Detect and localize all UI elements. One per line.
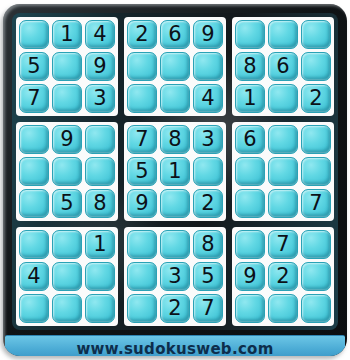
cell-r7c8[interactable]: 7 [268, 230, 298, 259]
cell-r9c3[interactable] [85, 294, 115, 323]
cell-r4c8[interactable] [268, 125, 298, 154]
cell-r6c8[interactable] [268, 189, 298, 218]
cell-r9c6[interactable]: 7 [193, 294, 223, 323]
footer-bar: www.sudokusweb.com [5, 335, 345, 356]
cell-r4c1[interactable] [19, 125, 49, 154]
cell-r9c2[interactable] [52, 294, 82, 323]
cell-r2c1[interactable]: 5 [19, 52, 49, 81]
cell-r5c7[interactable] [235, 157, 265, 186]
cell-r7c5[interactable] [160, 230, 190, 259]
cell-r4c3[interactable] [85, 125, 115, 154]
cell-r5c9[interactable] [301, 157, 331, 186]
cell-r6c1[interactable] [19, 189, 49, 218]
sudoku-board: 145973269486129587835192671483527792 [12, 13, 338, 330]
cell-r7c2[interactable] [52, 230, 82, 259]
cell-r4c4[interactable]: 7 [127, 125, 157, 154]
sudoku-box-3: 8612 [232, 17, 334, 116]
cell-r9c5[interactable]: 2 [160, 294, 190, 323]
cell-r8c4[interactable] [127, 262, 157, 291]
cell-r3c5[interactable] [160, 84, 190, 113]
cell-r2c8[interactable]: 6 [268, 52, 298, 81]
sudoku-box-7: 14 [16, 227, 118, 326]
cell-r2c6[interactable] [193, 52, 223, 81]
cell-r3c1[interactable]: 7 [19, 84, 49, 113]
cell-r8c5[interactable]: 3 [160, 262, 190, 291]
cell-r2c9[interactable] [301, 52, 331, 81]
cell-r7c1[interactable] [19, 230, 49, 259]
sudoku-box-2: 2694 [124, 17, 226, 116]
cell-r1c7[interactable] [235, 20, 265, 49]
cell-r3c3[interactable]: 3 [85, 84, 115, 113]
sudoku-box-6: 67 [232, 122, 334, 221]
cell-r9c4[interactable] [127, 294, 157, 323]
cell-r4c2[interactable]: 9 [52, 125, 82, 154]
cell-r6c4[interactable]: 9 [127, 189, 157, 218]
cell-r1c3[interactable]: 4 [85, 20, 115, 49]
cell-r5c8[interactable] [268, 157, 298, 186]
cell-r3c2[interactable] [52, 84, 82, 113]
sudoku-frame: 145973269486129587835192671483527792 www… [3, 4, 347, 356]
cell-r9c8[interactable] [268, 294, 298, 323]
cell-r2c7[interactable]: 8 [235, 52, 265, 81]
cell-r5c2[interactable] [52, 157, 82, 186]
cell-r9c1[interactable] [19, 294, 49, 323]
cell-r3c9[interactable]: 2 [301, 84, 331, 113]
cell-r5c5[interactable]: 1 [160, 157, 190, 186]
cell-r2c4[interactable] [127, 52, 157, 81]
sudoku-box-5: 7835192 [124, 122, 226, 221]
cell-r3c7[interactable]: 1 [235, 84, 265, 113]
cell-r6c9[interactable]: 7 [301, 189, 331, 218]
cell-r8c3[interactable] [85, 262, 115, 291]
cell-r9c9[interactable] [301, 294, 331, 323]
cell-r7c9[interactable] [301, 230, 331, 259]
cell-r8c6[interactable]: 5 [193, 262, 223, 291]
cell-r8c1[interactable]: 4 [19, 262, 49, 291]
cell-r4c7[interactable]: 6 [235, 125, 265, 154]
cell-r8c9[interactable] [301, 262, 331, 291]
cell-r5c3[interactable] [85, 157, 115, 186]
cell-r1c5[interactable]: 6 [160, 20, 190, 49]
cell-r7c4[interactable] [127, 230, 157, 259]
sudoku-box-1: 145973 [16, 17, 118, 116]
cell-r6c7[interactable] [235, 189, 265, 218]
cell-r7c6[interactable]: 8 [193, 230, 223, 259]
cell-r4c9[interactable] [301, 125, 331, 154]
cell-r4c6[interactable]: 3 [193, 125, 223, 154]
cell-r1c8[interactable] [268, 20, 298, 49]
cell-r7c7[interactable] [235, 230, 265, 259]
cell-r2c3[interactable]: 9 [85, 52, 115, 81]
cell-r1c4[interactable]: 2 [127, 20, 157, 49]
cell-r6c6[interactable]: 2 [193, 189, 223, 218]
cell-r5c6[interactable] [193, 157, 223, 186]
cell-r3c6[interactable]: 4 [193, 84, 223, 113]
sudoku-box-4: 958 [16, 122, 118, 221]
site-url-label: www.sudokusweb.com [76, 340, 273, 357]
cell-r8c2[interactable] [52, 262, 82, 291]
cell-r6c2[interactable]: 5 [52, 189, 82, 218]
sudoku-box-9: 792 [232, 227, 334, 326]
cell-r1c1[interactable] [19, 20, 49, 49]
cell-r5c1[interactable] [19, 157, 49, 186]
cell-r5c4[interactable]: 5 [127, 157, 157, 186]
cell-r9c7[interactable] [235, 294, 265, 323]
cell-r4c5[interactable]: 8 [160, 125, 190, 154]
cell-r2c2[interactable] [52, 52, 82, 81]
cell-r1c9[interactable] [301, 20, 331, 49]
cell-r7c3[interactable]: 1 [85, 230, 115, 259]
sudoku-box-8: 83527 [124, 227, 226, 326]
cell-r6c3[interactable]: 8 [85, 189, 115, 218]
cell-r3c4[interactable] [127, 84, 157, 113]
cell-r1c2[interactable]: 1 [52, 20, 82, 49]
cell-r8c7[interactable]: 9 [235, 262, 265, 291]
cell-r1c6[interactable]: 9 [193, 20, 223, 49]
cell-r8c8[interactable]: 2 [268, 262, 298, 291]
cell-r2c5[interactable] [160, 52, 190, 81]
cell-r6c5[interactable] [160, 189, 190, 218]
cell-r3c8[interactable] [268, 84, 298, 113]
